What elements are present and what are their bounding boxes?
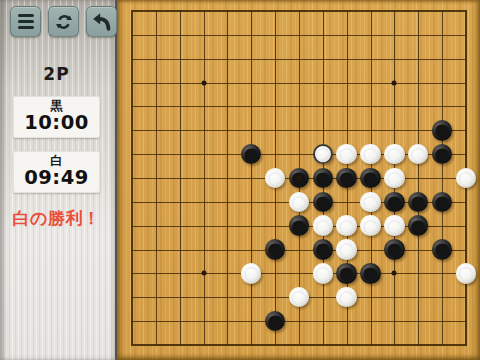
- stone-white: ○: [289, 287, 310, 308]
- stone-white-last-move: ○: [313, 144, 334, 165]
- stone-white: ○: [289, 192, 310, 213]
- stone-black: ●: [432, 120, 453, 141]
- star-point: [296, 175, 301, 180]
- black-timer: 黒 10:00: [13, 96, 100, 138]
- menu-button[interactable]: [10, 6, 41, 37]
- star-point: [201, 80, 206, 85]
- stone-white: ○: [384, 168, 405, 189]
- stone-white: ○: [336, 287, 357, 308]
- control-panel: 2P 黒 10:00 白 09:49 白の勝利！: [0, 0, 117, 360]
- hamburger-icon: [18, 14, 34, 29]
- mode-label: 2P: [0, 64, 113, 84]
- stone-black: ●: [360, 168, 381, 189]
- white-timer: 白 09:49: [13, 151, 100, 193]
- toolbar: [10, 6, 117, 37]
- undo-arrow-icon: [91, 11, 112, 32]
- stone-black: ●: [289, 215, 310, 236]
- stone-black: ●: [241, 144, 262, 165]
- black-timer-value: 10:00: [13, 113, 100, 133]
- restart-button[interactable]: [48, 6, 79, 37]
- stone-white: ○: [336, 144, 357, 165]
- stone-black: ●: [384, 239, 405, 260]
- refresh-icon: [54, 12, 74, 32]
- white-timer-value: 09:49: [13, 168, 100, 188]
- stone-white: ○: [336, 239, 357, 260]
- stone-black: ●: [265, 239, 286, 260]
- undo-button[interactable]: [86, 6, 117, 37]
- result-message: 白の勝利！: [0, 207, 113, 230]
- stone-black: ●: [432, 192, 453, 213]
- stone-black: ●: [360, 263, 381, 284]
- stone-black: ●: [265, 311, 286, 332]
- star-point: [392, 271, 397, 276]
- stone-white: ○: [313, 215, 334, 236]
- stone-white: ○: [360, 192, 381, 213]
- stone-white: ○: [313, 263, 334, 284]
- star-point: [201, 271, 206, 276]
- stone-black: ●: [408, 192, 429, 213]
- stone-black: ●: [384, 192, 405, 213]
- stone-black: ●: [432, 239, 453, 260]
- stone-white: ○: [360, 215, 381, 236]
- stone-white: ○: [456, 168, 477, 189]
- stone-black: ●: [336, 263, 357, 284]
- stone-black: ●: [336, 168, 357, 189]
- stone-black: ●: [432, 144, 453, 165]
- stone-white: ○: [408, 144, 429, 165]
- stone-white: ○: [384, 215, 405, 236]
- stone-black: ●: [313, 239, 334, 260]
- stone-black: ●: [313, 192, 334, 213]
- stone-black: ●: [408, 215, 429, 236]
- star-point: [392, 80, 397, 85]
- stone-black: ●: [313, 168, 334, 189]
- gomoku-app: 2P 黒 10:00 白 09:49 白の勝利！ ●●○○○○○●○●●●●○○…: [0, 0, 480, 360]
- go-board[interactable]: ●●○○○○○●○●●●●○○○●○●●●●○○○○●●●○●●○○●●○○○●: [117, 0, 480, 360]
- stone-white: ○: [360, 144, 381, 165]
- stone-white: ○: [265, 168, 286, 189]
- stone-white: ○: [336, 215, 357, 236]
- stone-white: ○: [241, 263, 262, 284]
- stone-white: ○: [456, 263, 477, 284]
- stone-white: ○: [384, 144, 405, 165]
